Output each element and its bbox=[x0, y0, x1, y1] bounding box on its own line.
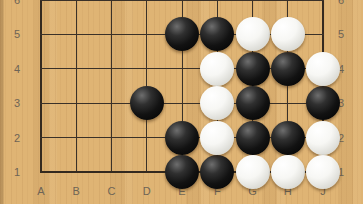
coord-label-left-2: 2 bbox=[14, 131, 20, 145]
stone-white-G5 bbox=[236, 17, 270, 51]
coord-label-left-6: 6 bbox=[14, 0, 20, 7]
stone-black-F5 bbox=[200, 17, 234, 51]
grid-line-col-C bbox=[111, 0, 112, 173]
coord-label-left-5: 5 bbox=[14, 27, 20, 41]
stone-black-G3 bbox=[236, 86, 270, 120]
stone-black-G2 bbox=[236, 121, 270, 155]
stone-white-J4 bbox=[306, 52, 340, 86]
stone-white-H5 bbox=[271, 17, 305, 51]
coord-label-right-5: 5 bbox=[338, 27, 344, 41]
stone-black-G4 bbox=[236, 52, 270, 86]
stone-white-F3 bbox=[200, 86, 234, 120]
coord-label-bottom-C: C bbox=[108, 184, 116, 198]
go-board-screenshot: ABCDEFGHJ123456123456 bbox=[0, 0, 363, 204]
coord-label-right-6: 6 bbox=[338, 0, 344, 7]
coord-label-bottom-A: A bbox=[37, 184, 44, 198]
stone-black-E2 bbox=[165, 121, 199, 155]
coord-label-bottom-D: D bbox=[143, 184, 151, 198]
stone-black-J3 bbox=[306, 86, 340, 120]
grid-line-row-6 bbox=[40, 0, 324, 1]
stone-black-H2 bbox=[271, 121, 305, 155]
stone-white-J1 bbox=[306, 155, 340, 189]
coord-label-left-3: 3 bbox=[14, 96, 20, 110]
stone-white-H1 bbox=[271, 155, 305, 189]
stone-black-E5 bbox=[165, 17, 199, 51]
stone-black-D3 bbox=[130, 86, 164, 120]
coord-label-bottom-B: B bbox=[73, 184, 80, 198]
coord-label-left-4: 4 bbox=[14, 62, 20, 76]
stone-white-F4 bbox=[200, 52, 234, 86]
stone-black-F1 bbox=[200, 155, 234, 189]
stone-white-G1 bbox=[236, 155, 270, 189]
grid-line-row-3 bbox=[40, 103, 324, 104]
grid-line-col-A bbox=[40, 0, 42, 173]
grid-line-col-B bbox=[76, 0, 77, 173]
stone-white-F2 bbox=[200, 121, 234, 155]
stone-black-E1 bbox=[165, 155, 199, 189]
stone-white-J2 bbox=[306, 121, 340, 155]
stone-black-H4 bbox=[271, 52, 305, 86]
coord-label-left-1: 1 bbox=[14, 165, 20, 179]
